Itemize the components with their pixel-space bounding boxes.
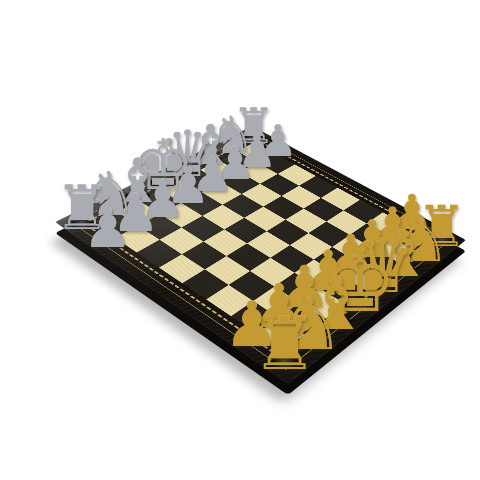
chess-set-photo: ♜♞♝♛♚♝♞♜♟♟♟♟♟♟♟♟♟♟♟♟♟♟♟♟♜♞♝♛♚♝♞♜ [0, 0, 480, 480]
chess-board [55, 126, 466, 384]
